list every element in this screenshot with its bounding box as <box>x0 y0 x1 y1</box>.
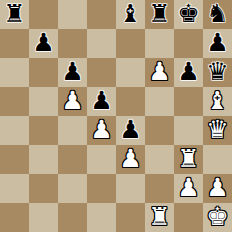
white-pawn[interactable]: ♟ <box>61 87 83 115</box>
square-a2[interactable] <box>0 174 29 203</box>
white-bishop[interactable]: ♝ <box>206 87 228 115</box>
square-h4[interactable]: ♛ <box>203 116 232 145</box>
square-g4[interactable] <box>174 116 203 145</box>
black-pawn[interactable]: ♟ <box>119 116 141 144</box>
square-d8[interactable] <box>87 0 116 29</box>
white-queen[interactable]: ♛ <box>206 116 228 144</box>
white-rook[interactable]: ♜ <box>148 203 170 231</box>
square-c8[interactable] <box>58 0 87 29</box>
square-f2[interactable] <box>145 174 174 203</box>
square-e8[interactable]: ♝ <box>116 0 145 29</box>
square-h2[interactable]: ♟ <box>203 174 232 203</box>
square-h3[interactable] <box>203 145 232 174</box>
square-g5[interactable] <box>174 87 203 116</box>
square-a5[interactable] <box>0 87 29 116</box>
square-b6[interactable] <box>29 58 58 87</box>
square-h1[interactable]: ♚ <box>203 203 232 232</box>
white-rook[interactable]: ♜ <box>177 145 199 173</box>
black-pawn[interactable]: ♟ <box>177 58 199 86</box>
square-c6[interactable]: ♟ <box>58 58 87 87</box>
square-a3[interactable] <box>0 145 29 174</box>
white-pawn[interactable]: ♟ <box>90 116 112 144</box>
square-g2[interactable]: ♟ <box>174 174 203 203</box>
white-pawn[interactable]: ♟ <box>177 174 199 202</box>
square-d2[interactable] <box>87 174 116 203</box>
square-b1[interactable] <box>29 203 58 232</box>
square-h7[interactable]: ♟ <box>203 29 232 58</box>
square-f3[interactable] <box>145 145 174 174</box>
white-pawn[interactable]: ♟ <box>206 174 228 202</box>
square-e1[interactable] <box>116 203 145 232</box>
square-d4[interactable]: ♟ <box>87 116 116 145</box>
square-b4[interactable] <box>29 116 58 145</box>
square-g7[interactable] <box>174 29 203 58</box>
black-rook[interactable]: ♜ <box>3 0 25 28</box>
white-pawn[interactable]: ♟ <box>148 58 170 86</box>
square-c2[interactable] <box>58 174 87 203</box>
square-e5[interactable] <box>116 87 145 116</box>
square-a4[interactable] <box>0 116 29 145</box>
square-a7[interactable] <box>0 29 29 58</box>
square-e6[interactable] <box>116 58 145 87</box>
black-king[interactable]: ♚ <box>177 0 199 28</box>
square-d7[interactable] <box>87 29 116 58</box>
square-h5[interactable]: ♝ <box>203 87 232 116</box>
black-bishop[interactable]: ♝ <box>119 0 141 28</box>
black-pawn[interactable]: ♟ <box>206 29 228 57</box>
white-pawn[interactable]: ♟ <box>119 145 141 173</box>
square-b7[interactable]: ♟ <box>29 29 58 58</box>
square-b3[interactable] <box>29 145 58 174</box>
black-pawn[interactable]: ♟ <box>61 58 83 86</box>
square-d5[interactable]: ♟ <box>87 87 116 116</box>
square-b5[interactable] <box>29 87 58 116</box>
black-knight[interactable]: ♞ <box>206 0 228 28</box>
square-b8[interactable] <box>29 0 58 29</box>
square-h8[interactable]: ♞ <box>203 0 232 29</box>
square-g3[interactable]: ♜ <box>174 145 203 174</box>
square-e4[interactable]: ♟ <box>116 116 145 145</box>
square-f8[interactable]: ♜ <box>145 0 174 29</box>
square-b2[interactable] <box>29 174 58 203</box>
square-d6[interactable] <box>87 58 116 87</box>
square-g1[interactable] <box>174 203 203 232</box>
square-f6[interactable]: ♟ <box>145 58 174 87</box>
square-f7[interactable] <box>145 29 174 58</box>
chess-board: ♜♝♜♚♞♟♟♟♟♟♛♟♟♝♟♟♛♟♜♟♟♜♚ <box>0 0 232 232</box>
black-pawn[interactable]: ♟ <box>90 87 112 115</box>
square-f5[interactable] <box>145 87 174 116</box>
square-f4[interactable] <box>145 116 174 145</box>
square-a6[interactable] <box>0 58 29 87</box>
square-c1[interactable] <box>58 203 87 232</box>
square-d3[interactable] <box>87 145 116 174</box>
chess-board-wrapper: ♜♝♜♚♞♟♟♟♟♟♛♟♟♝♟♟♛♟♜♟♟♜♚ <box>0 0 232 232</box>
square-e7[interactable] <box>116 29 145 58</box>
square-d1[interactable] <box>87 203 116 232</box>
square-c7[interactable] <box>58 29 87 58</box>
square-g8[interactable]: ♚ <box>174 0 203 29</box>
square-g6[interactable]: ♟ <box>174 58 203 87</box>
square-e2[interactable] <box>116 174 145 203</box>
square-h6[interactable]: ♛ <box>203 58 232 87</box>
square-a8[interactable]: ♜ <box>0 0 29 29</box>
square-f1[interactable]: ♜ <box>145 203 174 232</box>
square-c4[interactable] <box>58 116 87 145</box>
square-c5[interactable]: ♟ <box>58 87 87 116</box>
square-e3[interactable]: ♟ <box>116 145 145 174</box>
white-king[interactable]: ♚ <box>206 203 228 231</box>
black-queen[interactable]: ♛ <box>206 58 228 86</box>
square-a1[interactable] <box>0 203 29 232</box>
square-c3[interactable] <box>58 145 87 174</box>
black-rook[interactable]: ♜ <box>148 0 170 28</box>
black-pawn[interactable]: ♟ <box>32 29 54 57</box>
